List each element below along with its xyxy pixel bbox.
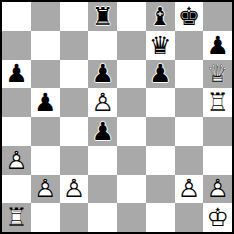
- piece-white-pawn-fill: ♟: [88, 88, 117, 117]
- square-d1[interactable]: [88, 203, 117, 232]
- square-c1[interactable]: [60, 203, 89, 232]
- piece-black-queen: ♛: [146, 31, 175, 60]
- square-a8[interactable]: [2, 2, 31, 31]
- piece-white-pawn: ♙: [31, 175, 60, 204]
- square-g8[interactable]: ♚: [175, 2, 204, 31]
- piece-black-pawn: ♟: [146, 60, 175, 89]
- square-d2[interactable]: [88, 175, 117, 204]
- piece-white-queen: ♕: [203, 60, 232, 89]
- square-b6[interactable]: [31, 60, 60, 89]
- square-d8[interactable]: ♜: [88, 2, 117, 31]
- square-a5[interactable]: [2, 88, 31, 117]
- square-g2[interactable]: ♟♙: [175, 175, 204, 204]
- square-h5[interactable]: ♜♖: [203, 88, 232, 117]
- square-f8[interactable]: ♝: [146, 2, 175, 31]
- piece-white-rook-fill: ♜: [203, 88, 232, 117]
- square-b8[interactable]: [31, 2, 60, 31]
- piece-black-pawn: ♟: [2, 60, 31, 89]
- square-b5[interactable]: ♟: [31, 88, 60, 117]
- piece-white-king: ♔: [203, 203, 232, 232]
- square-d5[interactable]: ♟♙: [88, 88, 117, 117]
- square-a3[interactable]: ♟♙: [2, 146, 31, 175]
- square-h2[interactable]: ♟♙: [203, 175, 232, 204]
- square-b1[interactable]: [31, 203, 60, 232]
- square-d4[interactable]: ♟: [88, 117, 117, 146]
- square-f4[interactable]: [146, 117, 175, 146]
- square-a1[interactable]: ♜♖: [2, 203, 31, 232]
- square-e1[interactable]: [117, 203, 146, 232]
- piece-white-pawn: ♙: [175, 175, 204, 204]
- piece-white-pawn: ♙: [60, 175, 89, 204]
- square-b2[interactable]: ♟♙: [31, 175, 60, 204]
- square-e2[interactable]: [117, 175, 146, 204]
- piece-white-rook-fill: ♜: [2, 203, 31, 232]
- square-f7[interactable]: ♛: [146, 31, 175, 60]
- square-h1[interactable]: ♚♔: [203, 203, 232, 232]
- square-c5[interactable]: [60, 88, 89, 117]
- piece-white-pawn-fill: ♟: [203, 175, 232, 204]
- square-b3[interactable]: [31, 146, 60, 175]
- piece-black-king: ♚: [175, 2, 204, 31]
- square-f3[interactable]: [146, 146, 175, 175]
- square-g6[interactable]: [175, 60, 204, 89]
- square-f6[interactable]: ♟: [146, 60, 175, 89]
- square-c2[interactable]: ♟♙: [60, 175, 89, 204]
- piece-white-pawn: ♙: [2, 146, 31, 175]
- piece-white-pawn: ♙: [88, 88, 117, 117]
- square-e6[interactable]: [117, 60, 146, 89]
- square-d7[interactable]: [88, 31, 117, 60]
- chess-diagram: ♜♝♚♛♟♟♟♟♛♕♟♟♙♜♖♟♟♙♟♙♟♙♟♙♟♙♜♖♚♔: [0, 0, 234, 234]
- piece-black-bishop: ♝: [146, 2, 175, 31]
- piece-white-pawn-fill: ♟: [2, 146, 31, 175]
- square-h7[interactable]: ♟: [203, 31, 232, 60]
- square-h8[interactable]: [203, 2, 232, 31]
- piece-white-king-fill: ♚: [203, 203, 232, 232]
- square-h6[interactable]: ♛♕: [203, 60, 232, 89]
- square-c4[interactable]: [60, 117, 89, 146]
- square-d6[interactable]: ♟: [88, 60, 117, 89]
- piece-white-pawn-fill: ♟: [175, 175, 204, 204]
- square-a6[interactable]: ♟: [2, 60, 31, 89]
- piece-white-rook: ♖: [2, 203, 31, 232]
- square-c3[interactable]: [60, 146, 89, 175]
- square-g7[interactable]: [175, 31, 204, 60]
- square-a4[interactable]: [2, 117, 31, 146]
- square-e7[interactable]: [117, 31, 146, 60]
- square-g3[interactable]: [175, 146, 204, 175]
- square-f5[interactable]: [146, 88, 175, 117]
- square-h3[interactable]: [203, 146, 232, 175]
- piece-white-queen-fill: ♛: [203, 60, 232, 89]
- square-a2[interactable]: [2, 175, 31, 204]
- square-e4[interactable]: [117, 117, 146, 146]
- piece-white-pawn-fill: ♟: [60, 175, 89, 204]
- piece-black-pawn: ♟: [88, 60, 117, 89]
- square-e8[interactable]: [117, 2, 146, 31]
- square-g1[interactable]: [175, 203, 204, 232]
- square-e5[interactable]: [117, 88, 146, 117]
- square-b4[interactable]: [31, 117, 60, 146]
- square-c7[interactable]: [60, 31, 89, 60]
- square-g5[interactable]: [175, 88, 204, 117]
- square-c6[interactable]: [60, 60, 89, 89]
- piece-black-pawn: ♟: [203, 31, 232, 60]
- piece-black-rook: ♜: [88, 2, 117, 31]
- square-d3[interactable]: [88, 146, 117, 175]
- square-h4[interactable]: [203, 117, 232, 146]
- square-b7[interactable]: [31, 31, 60, 60]
- chess-board: ♜♝♚♛♟♟♟♟♛♕♟♟♙♜♖♟♟♙♟♙♟♙♟♙♟♙♜♖♚♔: [0, 0, 234, 234]
- piece-black-pawn: ♟: [88, 117, 117, 146]
- square-a7[interactable]: [2, 31, 31, 60]
- piece-white-pawn: ♙: [203, 175, 232, 204]
- square-c8[interactable]: [60, 2, 89, 31]
- square-f2[interactable]: [146, 175, 175, 204]
- square-g4[interactable]: [175, 117, 204, 146]
- piece-white-rook: ♖: [203, 88, 232, 117]
- square-f1[interactable]: [146, 203, 175, 232]
- piece-black-pawn: ♟: [31, 88, 60, 117]
- piece-white-pawn-fill: ♟: [31, 175, 60, 204]
- square-e3[interactable]: [117, 146, 146, 175]
